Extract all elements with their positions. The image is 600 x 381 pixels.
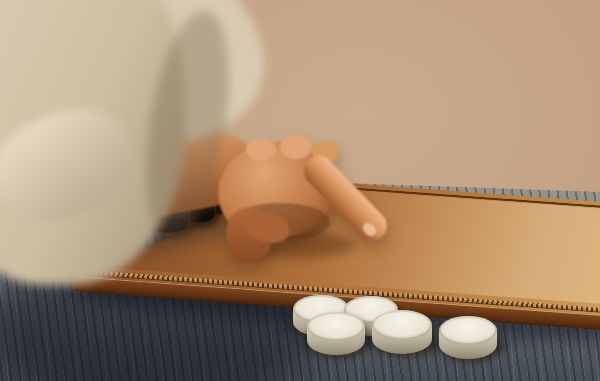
captured-white-checker: [372, 310, 432, 354]
captured-white-checker: [307, 312, 365, 355]
checker-top: [307, 312, 365, 341]
checker-top: [372, 310, 432, 340]
checkers-photo-scene: [0, 0, 600, 381]
checker-top: [439, 316, 497, 345]
captured-white-pieces: [0, 0, 600, 381]
captured-white-checker: [439, 316, 497, 359]
